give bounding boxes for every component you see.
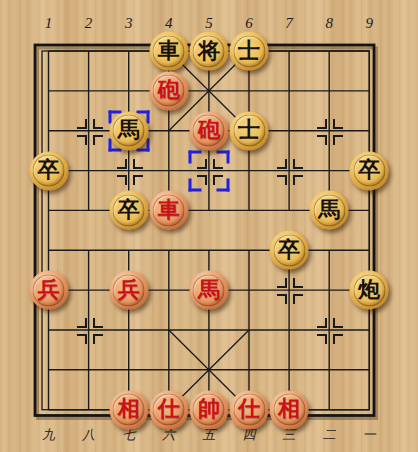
piece-character: 車	[158, 40, 180, 62]
file-label-bottom: 二	[323, 426, 336, 444]
file-label-bottom: 九	[42, 426, 55, 444]
piece-face: 卒	[273, 234, 305, 266]
piece-red-cannon[interactable]: 砲	[189, 111, 228, 150]
piece-character: 炮	[358, 279, 380, 301]
piece-face: 仕	[153, 394, 185, 426]
piece-red-cannon[interactable]: 砲	[149, 71, 188, 110]
piece-black-advisor[interactable]: 士	[230, 111, 269, 150]
piece-face: 相	[273, 394, 305, 426]
move-highlight-bracket	[188, 150, 229, 191]
piece-character: 馬	[198, 279, 220, 301]
piece-character: 仕	[238, 398, 260, 420]
file-label-top: 2	[85, 15, 93, 32]
piece-red-soldier[interactable]: 兵	[29, 271, 68, 310]
piece-face: 馬	[193, 274, 225, 306]
piece-face: 車	[153, 35, 185, 67]
file-label-top: 3	[125, 15, 133, 32]
piece-face: 兵	[33, 274, 65, 306]
piece-face: 仕	[233, 394, 265, 426]
piece-character: 馬	[318, 199, 340, 221]
piece-red-general[interactable]: 帥	[189, 390, 228, 429]
piece-character: 兵	[118, 279, 140, 301]
piece-black-advisor[interactable]: 士	[230, 32, 269, 71]
piece-character: 士	[238, 119, 260, 141]
piece-red-elephant[interactable]: 相	[270, 390, 309, 429]
piece-character: 将	[198, 40, 220, 62]
file-label-top: 7	[285, 15, 293, 32]
piece-red-advisor[interactable]: 仕	[230, 390, 269, 429]
file-label-top: 6	[245, 15, 253, 32]
xiangqi-board: 123456789 九八七六五四三二一 車将士砲馬砲士卒卒卒車馬卒兵兵馬炮相仕帥…	[0, 0, 418, 452]
piece-character: 卒	[358, 159, 380, 181]
piece-character: 車	[158, 199, 180, 221]
file-label-top: 1	[45, 15, 53, 32]
piece-face: 卒	[113, 194, 145, 226]
file-label-top: 5	[205, 15, 213, 32]
piece-black-soldier[interactable]: 卒	[109, 191, 148, 230]
piece-face: 士	[233, 115, 265, 147]
piece-face: 帥	[193, 394, 225, 426]
piece-black-soldier[interactable]: 卒	[350, 151, 389, 190]
piece-face: 相	[113, 394, 145, 426]
file-label-bottom: 八	[82, 426, 95, 444]
piece-character: 卒	[38, 159, 60, 181]
piece-character: 卒	[118, 199, 140, 221]
piece-character: 仕	[158, 398, 180, 420]
piece-face: 馬	[113, 115, 145, 147]
piece-face: 炮	[353, 274, 385, 306]
piece-black-general[interactable]: 将	[189, 32, 228, 71]
piece-red-elephant[interactable]: 相	[109, 390, 148, 429]
piece-face: 兵	[113, 274, 145, 306]
piece-face: 砲	[153, 75, 185, 107]
file-label-bottom: 一	[363, 426, 376, 444]
piece-red-advisor[interactable]: 仕	[149, 390, 188, 429]
piece-black-chariot[interactable]: 車	[149, 32, 188, 71]
file-label-top: 4	[165, 15, 173, 32]
piece-face: 将	[193, 35, 225, 67]
piece-face: 卒	[353, 155, 385, 187]
piece-red-chariot[interactable]: 車	[149, 191, 188, 230]
piece-character: 砲	[158, 79, 180, 101]
piece-face: 馬	[313, 194, 345, 226]
piece-character: 兵	[38, 279, 60, 301]
piece-character: 卒	[278, 239, 300, 261]
piece-black-cannon[interactable]: 炮	[350, 271, 389, 310]
piece-character: 帥	[198, 398, 220, 420]
piece-character: 砲	[198, 119, 220, 141]
piece-red-horse[interactable]: 馬	[189, 271, 228, 310]
file-label-top: 8	[325, 15, 333, 32]
piece-black-horse[interactable]: 馬	[109, 111, 148, 150]
piece-black-horse[interactable]: 馬	[310, 191, 349, 230]
piece-red-soldier[interactable]: 兵	[109, 271, 148, 310]
piece-character: 士	[238, 40, 260, 62]
piece-face: 卒	[33, 155, 65, 187]
piece-face: 士	[233, 35, 265, 67]
piece-character: 馬	[118, 119, 140, 141]
piece-face: 車	[153, 194, 185, 226]
piece-black-soldier[interactable]: 卒	[29, 151, 68, 190]
piece-character: 相	[118, 398, 140, 420]
piece-face: 砲	[193, 115, 225, 147]
file-label-top: 9	[366, 15, 374, 32]
piece-black-soldier[interactable]: 卒	[270, 231, 309, 270]
piece-character: 相	[278, 398, 300, 420]
